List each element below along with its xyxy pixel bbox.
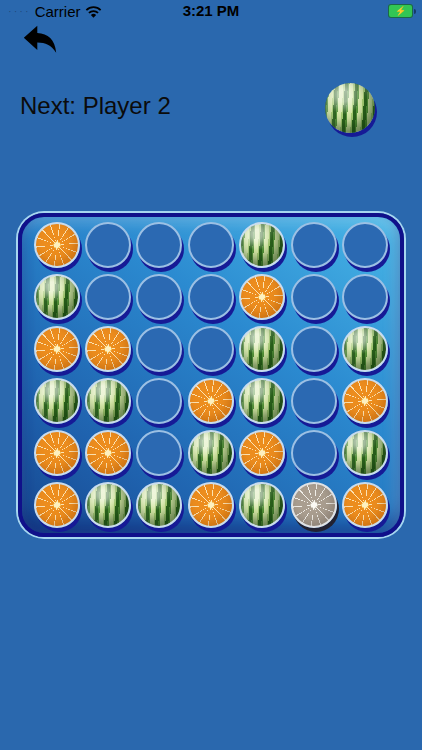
watermelon-piece [239, 378, 285, 424]
clock: 3:21 PM [0, 2, 422, 19]
cell-r5c6[interactable] [288, 427, 339, 479]
watermelon-piece [136, 482, 182, 528]
battery-charging-icon: ⚡ [388, 4, 416, 18]
cell-r2c2[interactable] [82, 271, 133, 323]
watermelon-piece [188, 430, 234, 476]
orange-piece [188, 378, 234, 424]
cell-r2c1[interactable] [31, 271, 82, 323]
empty-hole [342, 274, 388, 320]
cell-r5c1[interactable] [31, 427, 82, 479]
cell-r1c4[interactable] [185, 219, 236, 271]
orange-piece [85, 430, 131, 476]
empty-hole [85, 274, 131, 320]
empty-hole [291, 430, 337, 476]
cell-r3c7[interactable] [339, 323, 390, 375]
cell-r6c5[interactable] [237, 479, 288, 531]
cell-r5c7[interactable] [339, 427, 390, 479]
cell-r6c1[interactable] [31, 479, 82, 531]
cell-r2c4[interactable] [185, 271, 236, 323]
orange-piece [342, 482, 388, 528]
watermelon-piece [342, 430, 388, 476]
cell-r4c7[interactable] [339, 375, 390, 427]
empty-hole [291, 222, 337, 268]
back-arrow-icon [22, 46, 58, 61]
watermelon-piece [85, 482, 131, 528]
orange-piece [34, 430, 80, 476]
empty-hole [136, 430, 182, 476]
cell-r4c5[interactable] [237, 375, 288, 427]
cell-r1c7[interactable] [339, 219, 390, 271]
cell-r3c5[interactable] [237, 323, 288, 375]
empty-hole [188, 274, 234, 320]
empty-hole [342, 222, 388, 268]
empty-hole [136, 326, 182, 372]
orange-piece [342, 378, 388, 424]
cell-r1c1[interactable] [31, 219, 82, 271]
next-player-piece-watermelon [325, 83, 375, 133]
orange-piece [239, 430, 285, 476]
cell-r5c2[interactable] [82, 427, 133, 479]
cell-r5c4[interactable] [185, 427, 236, 479]
orange-piece [34, 326, 80, 372]
cell-r6c3[interactable] [134, 479, 185, 531]
cell-r6c7[interactable] [339, 479, 390, 531]
empty-hole [136, 378, 182, 424]
cell-r2c3[interactable] [134, 271, 185, 323]
cell-r1c5[interactable] [237, 219, 288, 271]
cell-r4c3[interactable] [134, 375, 185, 427]
board [18, 213, 404, 537]
cell-r6c2[interactable] [82, 479, 133, 531]
empty-hole [291, 326, 337, 372]
cell-r4c1[interactable] [31, 375, 82, 427]
cell-r3c2[interactable] [82, 323, 133, 375]
empty-hole [136, 274, 182, 320]
cell-r4c6[interactable] [288, 375, 339, 427]
watermelon-piece [342, 326, 388, 372]
empty-hole [85, 222, 131, 268]
empty-hole [291, 378, 337, 424]
orange-piece [239, 274, 285, 320]
cell-r3c1[interactable] [31, 323, 82, 375]
watermelon-piece [239, 482, 285, 528]
faded-orange-piece [291, 482, 337, 528]
watermelon-piece [34, 274, 80, 320]
orange-piece [34, 482, 80, 528]
orange-piece [34, 222, 80, 268]
cell-r6c6[interactable] [288, 479, 339, 531]
empty-hole [188, 326, 234, 372]
orange-piece [85, 326, 131, 372]
cell-r6c4[interactable] [185, 479, 236, 531]
empty-hole [136, 222, 182, 268]
cell-r1c3[interactable] [134, 219, 185, 271]
cell-r1c6[interactable] [288, 219, 339, 271]
cell-r2c6[interactable] [288, 271, 339, 323]
cell-r2c7[interactable] [339, 271, 390, 323]
cell-r2c5[interactable] [237, 271, 288, 323]
watermelon-piece [239, 326, 285, 372]
app-screen: ···· Carrier 3:21 PM ⚡ Next: Player 2 [0, 0, 422, 750]
cell-r3c6[interactable] [288, 323, 339, 375]
cell-r5c5[interactable] [237, 427, 288, 479]
cell-r4c2[interactable] [82, 375, 133, 427]
back-button[interactable] [22, 24, 58, 58]
cell-r1c2[interactable] [82, 219, 133, 271]
watermelon-piece [34, 378, 80, 424]
watermelon-piece [239, 222, 285, 268]
cell-r3c3[interactable] [134, 323, 185, 375]
status-bar: ···· Carrier 3:21 PM ⚡ [0, 0, 422, 22]
turn-indicator-label: Next: Player 2 [20, 92, 171, 120]
cell-r4c4[interactable] [185, 375, 236, 427]
cell-r5c3[interactable] [134, 427, 185, 479]
empty-hole [291, 274, 337, 320]
cell-r3c4[interactable] [185, 323, 236, 375]
empty-hole [188, 222, 234, 268]
watermelon-piece [85, 378, 131, 424]
orange-piece [188, 482, 234, 528]
